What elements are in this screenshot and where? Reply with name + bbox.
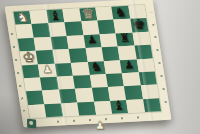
- board-square-g3[interactable]: [122, 72, 140, 86]
- board-square-e6[interactable]: ♟: [83, 34, 101, 48]
- board-square-b3[interactable]: [40, 77, 58, 91]
- board-square-b5[interactable]: [36, 50, 54, 64]
- black-bishop-f1[interactable]: ♝: [112, 99, 126, 113]
- board-square-d1[interactable]: [77, 101, 95, 115]
- board-square-a4[interactable]: [22, 64, 40, 78]
- board-square-h3[interactable]: [138, 71, 156, 85]
- board-square-c4[interactable]: [55, 62, 73, 76]
- board-square-d3[interactable]: [73, 75, 91, 89]
- board-square-d8[interactable]: [62, 8, 80, 22]
- board-square-h4[interactable]: [136, 58, 154, 72]
- board-square-d2[interactable]: [75, 88, 93, 102]
- board-square-a8[interactable]: ♞: [13, 11, 31, 25]
- board-square-d7[interactable]: [65, 22, 83, 36]
- board-square-a7[interactable]: [16, 24, 34, 38]
- white-knight-a8[interactable]: ♞: [16, 10, 30, 24]
- white-queen-e8[interactable]: ♛: [81, 6, 96, 21]
- board-square-b7[interactable]: [32, 23, 50, 37]
- offboard-white-pawn[interactable]: ♟: [95, 120, 105, 131]
- board-square-d6[interactable]: [67, 35, 85, 49]
- table-surface: ♞♝♛♞♚♟♜♚♟♞♟♝ ♟: [0, 0, 200, 134]
- board-square-c1[interactable]: [61, 102, 79, 116]
- chess-board-mat: ♞♝♛♞♚♟♜♚♟♞♟♝: [5, 0, 172, 127]
- board-square-c3[interactable]: [57, 76, 75, 90]
- black-king-h7[interactable]: ♚: [132, 17, 147, 32]
- black-rook-g6[interactable]: ♜: [119, 32, 132, 44]
- board-square-f3[interactable]: [106, 73, 124, 87]
- board-square-e8[interactable]: ♛: [79, 8, 97, 22]
- board-square-d5[interactable]: [69, 48, 87, 62]
- board-square-e2[interactable]: [91, 87, 109, 101]
- board-square-f5[interactable]: [102, 47, 120, 61]
- board-square-e3[interactable]: [89, 74, 107, 88]
- board-square-g4[interactable]: ♟: [120, 59, 138, 73]
- board-square-b4[interactable]: ♟: [38, 63, 56, 77]
- board-square-d4[interactable]: [71, 62, 89, 76]
- board-square-a1[interactable]: [28, 104, 46, 118]
- board-square-g5[interactable]: [118, 46, 136, 60]
- board-square-h6[interactable]: [132, 32, 150, 46]
- board-square-e1[interactable]: [94, 101, 112, 115]
- white-king-a5[interactable]: ♚: [21, 50, 36, 65]
- board-square-g6[interactable]: ♜: [116, 32, 134, 46]
- chess-board-grid: ♞♝♛♞♚♟♜♚♟♞♟♝: [13, 5, 161, 118]
- board-square-c6[interactable]: [50, 36, 68, 50]
- board-logo-emblem: [27, 119, 36, 129]
- board-square-b6[interactable]: [34, 37, 52, 51]
- black-bishop-c8[interactable]: ♝: [48, 9, 62, 23]
- board-square-f8[interactable]: [95, 7, 113, 21]
- black-pawn-g4[interactable]: ♟: [123, 59, 135, 70]
- board-square-h7[interactable]: ♚: [130, 18, 148, 32]
- board-square-b1[interactable]: [45, 103, 63, 117]
- board-square-f6[interactable]: [99, 33, 117, 47]
- board-square-h2[interactable]: [141, 85, 159, 99]
- white-pawn-b4[interactable]: ♟: [42, 64, 54, 75]
- board-square-c2[interactable]: [59, 89, 77, 103]
- board-square-b8[interactable]: [30, 10, 48, 24]
- board-square-e4[interactable]: ♞: [87, 61, 105, 75]
- board-square-g2[interactable]: [124, 86, 142, 100]
- board-square-f7[interactable]: [97, 20, 115, 34]
- black-knight-g8[interactable]: ♞: [114, 5, 128, 19]
- board-square-g8[interactable]: ♞: [112, 6, 130, 20]
- black-knight-e4[interactable]: ♞: [89, 60, 103, 74]
- board-square-f1[interactable]: ♝: [110, 100, 128, 114]
- board-square-a3[interactable]: [24, 77, 42, 91]
- board-square-a5[interactable]: ♚: [20, 51, 38, 65]
- board-square-c8[interactable]: ♝: [46, 9, 64, 23]
- board-square-f4[interactable]: [104, 60, 122, 74]
- board-square-c7[interactable]: [48, 23, 66, 37]
- black-pawn-e6[interactable]: ♟: [86, 35, 98, 46]
- board-square-h1[interactable]: [143, 98, 161, 112]
- board-square-c5[interactable]: [52, 49, 70, 63]
- board-square-b2[interactable]: [42, 90, 60, 104]
- board-square-h5[interactable]: [134, 45, 152, 59]
